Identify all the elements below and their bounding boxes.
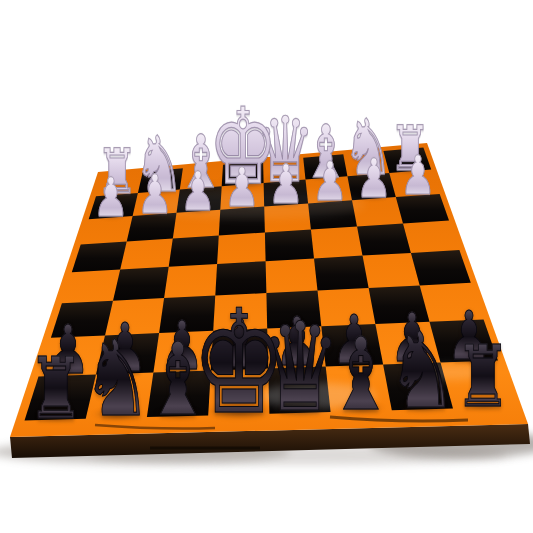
square-d6[interactable] (266, 291, 321, 329)
square-b2[interactable] (347, 173, 395, 200)
chess-board (0, 0, 533, 533)
gloss-highlight (145, 191, 365, 219)
square-e6[interactable] (213, 293, 267, 331)
square-c5[interactable] (314, 256, 369, 291)
square-a2[interactable] (389, 170, 439, 198)
square-e8[interactable] (208, 369, 269, 416)
square-d7[interactable] (267, 326, 326, 368)
square-e1[interactable] (222, 161, 264, 186)
square-h3[interactable] (81, 216, 133, 244)
square-g1[interactable] (138, 168, 183, 193)
square-g7[interactable] (96, 333, 159, 374)
square-g4[interactable] (120, 238, 173, 269)
square-f6[interactable] (159, 296, 215, 334)
square-f1[interactable] (180, 165, 223, 190)
square-h2[interactable] (89, 193, 138, 219)
square-f5[interactable] (164, 264, 217, 298)
square-d5[interactable] (266, 258, 318, 293)
chess-set-photo: ♜♞♝♛♚♝♞♜♟♟♟♟♟♟♟♟♟♟♟♟♟♟♟♟♜♞♝♛♚♝♞♜ (0, 0, 533, 533)
square-a1[interactable] (383, 147, 431, 173)
square-b5[interactable] (363, 253, 420, 288)
square-b6[interactable] (369, 285, 430, 324)
square-b4[interactable] (357, 224, 411, 256)
square-c7[interactable] (321, 324, 383, 367)
square-d1[interactable] (263, 158, 305, 183)
square-c1[interactable] (303, 154, 347, 179)
square-g8[interactable] (86, 373, 154, 419)
square-d4[interactable] (265, 230, 314, 262)
square-f8[interactable] (147, 371, 211, 418)
square-f7[interactable] (153, 331, 213, 373)
gloss-highlight (418, 364, 486, 380)
square-b1[interactable] (343, 151, 389, 176)
square-g5[interactable] (113, 267, 169, 301)
square-e4[interactable] (217, 233, 266, 265)
square-c4[interactable] (311, 227, 363, 259)
square-e7[interactable] (211, 329, 268, 371)
square-h1[interactable] (96, 172, 143, 197)
square-a3[interactable] (396, 194, 449, 224)
square-g3[interactable] (127, 213, 177, 242)
square-f4[interactable] (169, 236, 219, 267)
square-c6[interactable] (318, 288, 376, 326)
square-e5[interactable] (215, 261, 266, 295)
gloss-highlight (260, 383, 376, 409)
square-b7[interactable] (375, 322, 440, 365)
square-g6[interactable] (105, 298, 164, 335)
